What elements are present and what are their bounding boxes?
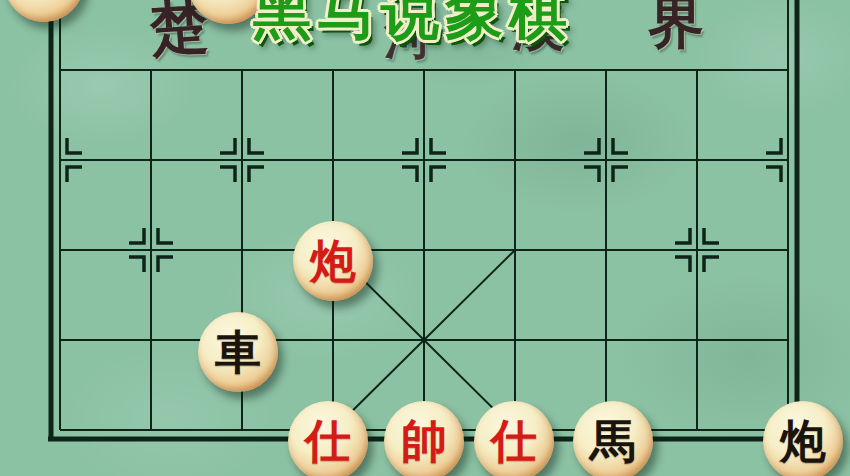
piece-red-advisor-left[interactable]: 仕 xyxy=(288,401,368,476)
piece-label: 炮 xyxy=(310,238,356,284)
river-label-jie: 界 xyxy=(648,0,704,50)
piece-label: 炮 xyxy=(780,418,826,464)
piece-red-cannon[interactable]: 炮 xyxy=(293,221,373,301)
piece-label: 車 xyxy=(215,329,261,375)
xiangqi-board-area: 楚 河 漢 界 炮 車 仕 帥 仕 馬 炮 黑马说象棋 xyxy=(0,0,850,476)
piece-red-general[interactable]: 帥 xyxy=(384,401,464,476)
piece-black-cannon[interactable]: 炮 xyxy=(763,401,843,476)
piece-label: 仕 xyxy=(491,418,537,464)
piece-black-chariot[interactable]: 車 xyxy=(198,312,278,392)
video-title-overlay: 黑马说象棋 xyxy=(253,0,573,42)
piece-label: 帥 xyxy=(401,418,447,464)
piece-red-advisor-right[interactable]: 仕 xyxy=(474,401,554,476)
piece-black-horse[interactable]: 馬 xyxy=(573,401,653,476)
piece-label: 馬 xyxy=(590,418,636,464)
file-lines xyxy=(60,0,788,430)
piece-label: 仕 xyxy=(305,418,351,464)
